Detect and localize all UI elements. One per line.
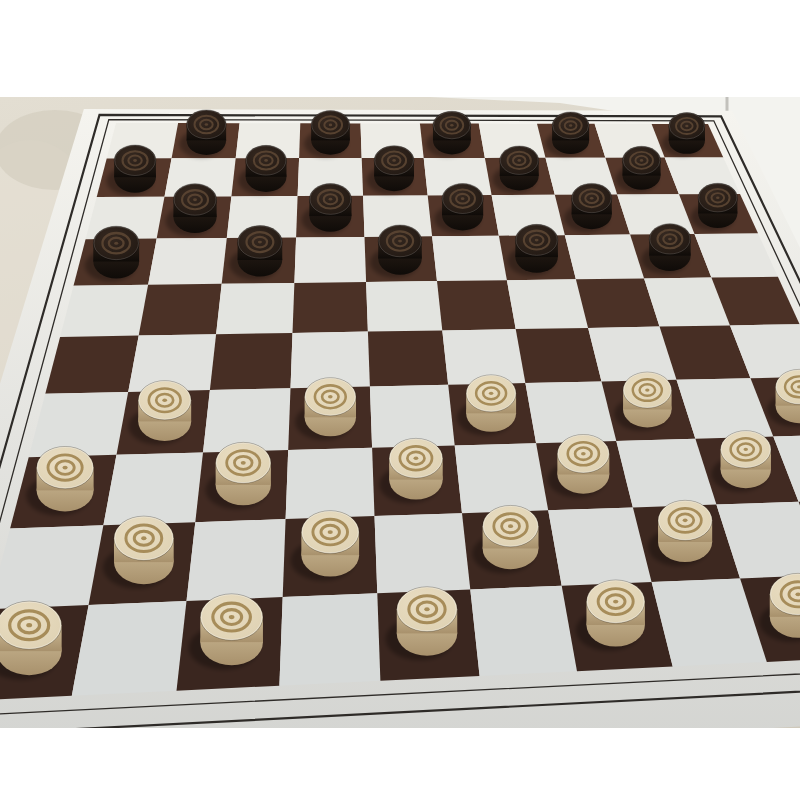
square-r6-c1[interactable]: [45, 336, 138, 394]
white-man-sq46[interactable]: [0, 601, 62, 680]
photo-of-checkers-board: [0, 0, 800, 800]
square-r6-c7[interactable]: [516, 328, 602, 383]
square-r10-c4[interactable]: [279, 593, 380, 686]
square-r4-c4[interactable]: [294, 237, 366, 283]
piece-center-dot: [450, 124, 453, 127]
piece-center-dot: [414, 456, 419, 460]
piece-center-dot: [141, 536, 146, 540]
piece-center-dot: [683, 519, 688, 523]
square-r7-c1[interactable]: [29, 392, 129, 457]
piece-center-dot: [114, 242, 118, 245]
square-r9-c1[interactable]: [0, 525, 103, 609]
draughts-board-scene: [0, 0, 800, 800]
piece-center-dot: [668, 238, 672, 241]
piece-center-dot: [613, 600, 618, 604]
piece-center-dot: [581, 452, 586, 455]
piece-center-dot: [63, 466, 68, 470]
piece-center-dot: [241, 461, 246, 465]
square-r8-c6[interactable]: [455, 443, 549, 513]
piece-center-dot: [229, 615, 235, 619]
square-r6-c3[interactable]: [210, 333, 293, 390]
photo-area: [0, 97, 800, 777]
square-r9-c5[interactable]: [375, 513, 471, 593]
piece-center-dot: [193, 198, 197, 201]
square-r4-c6[interactable]: [432, 236, 507, 281]
piece-center-dot: [398, 240, 402, 243]
piece-center-dot: [392, 159, 396, 162]
piece-center-dot: [461, 197, 465, 200]
piece-center-dot: [743, 448, 748, 451]
square-r5-c4[interactable]: [293, 282, 368, 333]
square-r6-c5[interactable]: [368, 330, 448, 386]
square-r5-c2[interactable]: [139, 284, 222, 336]
square-r5-c3[interactable]: [216, 283, 294, 334]
square-r5-c5[interactable]: [366, 281, 442, 332]
piece-center-dot: [205, 123, 209, 126]
square-r10-c6[interactable]: [470, 586, 577, 676]
piece-center-dot: [517, 159, 521, 162]
piece-center-dot: [590, 197, 594, 200]
square-r5-c1[interactable]: [60, 285, 148, 337]
piece-center-dot: [264, 159, 268, 162]
piece-center-dot: [640, 159, 643, 162]
piece-center-dot: [569, 124, 572, 126]
piece-center-dot: [645, 388, 649, 391]
square-r8-c4[interactable]: [286, 448, 375, 519]
piece-center-dot: [328, 395, 333, 398]
piece-center-dot: [162, 398, 167, 402]
piece-center-dot: [328, 530, 333, 534]
piece-center-dot: [329, 124, 332, 127]
piece-center-dot: [508, 524, 513, 528]
piece-center-dot: [329, 198, 333, 201]
piece-center-dot: [424, 607, 429, 611]
square-r5-c6[interactable]: [437, 280, 516, 330]
piece-center-dot: [26, 623, 32, 627]
square-r7-c7[interactable]: [525, 382, 616, 444]
square-r8-c2[interactable]: [103, 452, 203, 525]
piece-center-dot: [685, 125, 688, 127]
square-r5-c7[interactable]: [507, 279, 588, 329]
piece-center-dot: [535, 239, 539, 242]
square-r4-c8[interactable]: [565, 235, 644, 280]
piece-center-dot: [133, 159, 137, 162]
square-r4-c2[interactable]: [148, 238, 227, 285]
piece-center-dot: [258, 241, 262, 244]
square-r9-c3[interactable]: [187, 519, 286, 601]
piece-center-dot: [716, 196, 720, 199]
piece-center-dot: [489, 392, 493, 395]
square-r10-c2[interactable]: [72, 601, 187, 696]
